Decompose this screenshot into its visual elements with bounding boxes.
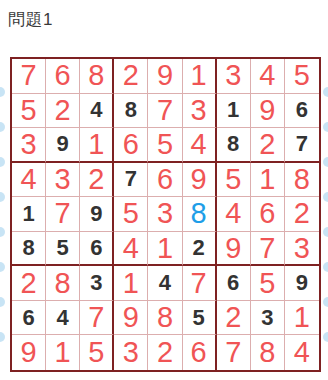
sudoku-cell-r4c6[interactable]: 9 [183, 163, 217, 198]
sudoku-cell-r1c6[interactable]: 1 [183, 59, 217, 94]
sudoku-cell-r6c8[interactable]: 7 [251, 232, 285, 267]
edge-dot [0, 122, 5, 132]
sudoku-cell-r4c2[interactable]: 3 [46, 163, 80, 198]
sudoku-cell-r9c8[interactable]: 8 [251, 335, 285, 370]
sudoku-cell-r5c3[interactable]: 9 [80, 197, 114, 232]
edge-dot [323, 297, 328, 307]
edge-dot [323, 157, 328, 167]
sudoku-cell-r9c1[interactable]: 9 [12, 335, 46, 370]
sudoku-cell-r3c9[interactable]: 7 [285, 128, 319, 163]
sudoku-cell-r5c1[interactable]: 1 [12, 197, 46, 232]
sudoku-cell-r6c9[interactable]: 3 [285, 232, 319, 267]
sudoku-cell-r7c4[interactable]: 1 [114, 266, 148, 301]
sudoku-cell-r3c1[interactable]: 3 [12, 128, 46, 163]
sudoku-cell-r7c9[interactable]: 9 [285, 266, 319, 301]
edge-dot [0, 227, 5, 237]
sudoku-cell-r2c2[interactable]: 2 [46, 94, 80, 129]
sudoku-cell-r6c5[interactable]: 1 [148, 232, 182, 267]
sudoku-cell-r1c9[interactable]: 5 [285, 59, 319, 94]
sudoku-cell-r6c1[interactable]: 8 [12, 232, 46, 267]
sudoku-cell-r1c3[interactable]: 8 [80, 59, 114, 94]
sudoku-cell-r5c8[interactable]: 6 [251, 197, 285, 232]
edge-dot [0, 297, 5, 307]
sudoku-cell-r1c5[interactable]: 9 [148, 59, 182, 94]
edge-dot [323, 262, 328, 272]
edge-dot [0, 157, 5, 167]
sudoku-cell-r7c3[interactable]: 3 [80, 266, 114, 301]
sudoku-cell-r8c1[interactable]: 6 [12, 301, 46, 336]
sudoku-cell-r8c3[interactable]: 7 [80, 301, 114, 336]
sudoku-cell-r2c4[interactable]: 8 [114, 94, 148, 129]
sudoku-cell-r9c3[interactable]: 5 [80, 335, 114, 370]
sudoku-cell-r7c2[interactable]: 8 [46, 266, 80, 301]
sudoku-board: 7682913455248731963916548274327695181795… [10, 57, 321, 372]
sudoku-cell-r2c9[interactable]: 6 [285, 94, 319, 129]
edge-dot [323, 122, 328, 132]
sudoku-cell-r9c4[interactable]: 3 [114, 335, 148, 370]
sudoku-cell-r3c8[interactable]: 2 [251, 128, 285, 163]
sudoku-cell-r3c7[interactable]: 8 [217, 128, 251, 163]
sudoku-cell-r7c7[interactable]: 6 [217, 266, 251, 301]
sudoku-cell-r9c2[interactable]: 1 [46, 335, 80, 370]
sudoku-cell-r8c2[interactable]: 4 [46, 301, 80, 336]
sudoku-cell-r8c4[interactable]: 9 [114, 301, 148, 336]
sudoku-cell-r5c9[interactable]: 2 [285, 197, 319, 232]
sudoku-cell-r4c7[interactable]: 5 [217, 163, 251, 198]
sudoku-cell-r3c5[interactable]: 5 [148, 128, 182, 163]
sudoku-cell-r1c7[interactable]: 3 [217, 59, 251, 94]
sudoku-cell-r3c6[interactable]: 4 [183, 128, 217, 163]
edge-dot [0, 262, 5, 272]
sudoku-cell-r4c4[interactable]: 7 [114, 163, 148, 198]
sudoku-cell-r6c4[interactable]: 4 [114, 232, 148, 267]
sudoku-cell-r9c9[interactable]: 4 [285, 335, 319, 370]
sudoku-cell-r3c2[interactable]: 9 [46, 128, 80, 163]
sudoku-cell-r2c7[interactable]: 1 [217, 94, 251, 129]
sudoku-cell-r1c1[interactable]: 7 [12, 59, 46, 94]
sudoku-cell-r9c7[interactable]: 7 [217, 335, 251, 370]
sudoku-cell-r9c5[interactable]: 2 [148, 335, 182, 370]
sudoku-cell-r8c9[interactable]: 1 [285, 301, 319, 336]
edge-dot [323, 227, 328, 237]
sudoku-cell-r4c3[interactable]: 2 [80, 163, 114, 198]
sudoku-cell-r4c8[interactable]: 1 [251, 163, 285, 198]
page-title: 問題1 [8, 8, 53, 31]
sudoku-cell-r6c6[interactable]: 2 [183, 232, 217, 267]
sudoku-cell-r2c5[interactable]: 7 [148, 94, 182, 129]
sudoku-cell-r1c2[interactable]: 6 [46, 59, 80, 94]
sudoku-cell-r7c1[interactable]: 2 [12, 266, 46, 301]
sudoku-cell-r8c5[interactable]: 8 [148, 301, 182, 336]
sudoku-cell-r1c8[interactable]: 4 [251, 59, 285, 94]
sudoku-cell-r7c6[interactable]: 7 [183, 266, 217, 301]
edge-dot [0, 87, 5, 97]
edge-dot [323, 332, 328, 342]
sudoku-cell-r8c7[interactable]: 2 [217, 301, 251, 336]
sudoku-cell-r5c4[interactable]: 5 [114, 197, 148, 232]
sudoku-cell-r1c4[interactable]: 2 [114, 59, 148, 94]
edge-dot [0, 332, 5, 342]
sudoku-cell-r2c8[interactable]: 9 [251, 94, 285, 129]
sudoku-cell-r6c3[interactable]: 6 [80, 232, 114, 267]
sudoku-cell-r9c6[interactable]: 6 [183, 335, 217, 370]
sudoku-cell-r8c6[interactable]: 5 [183, 301, 217, 336]
sudoku-cell-r5c5[interactable]: 3 [148, 197, 182, 232]
sudoku-cell-r8c8[interactable]: 3 [251, 301, 285, 336]
sudoku-cell-r5c2[interactable]: 7 [46, 197, 80, 232]
sudoku-cell-r4c5[interactable]: 6 [148, 163, 182, 198]
sudoku-cell-r5c7[interactable]: 4 [217, 197, 251, 232]
sudoku-cell-r4c9[interactable]: 8 [285, 163, 319, 198]
sudoku-cell-r2c3[interactable]: 4 [80, 94, 114, 129]
sudoku-cell-r6c2[interactable]: 5 [46, 232, 80, 267]
edge-dot [0, 192, 5, 202]
sudoku-cell-r7c5[interactable]: 4 [148, 266, 182, 301]
sudoku-cell-r3c4[interactable]: 6 [114, 128, 148, 163]
sudoku-cell-r2c6[interactable]: 3 [183, 94, 217, 129]
edge-dot [323, 192, 328, 202]
sudoku-cell-r3c3[interactable]: 1 [80, 128, 114, 163]
sudoku-cell-r4c1[interactable]: 4 [12, 163, 46, 198]
sudoku-cell-r6c7[interactable]: 9 [217, 232, 251, 267]
sudoku-cell-r5c6[interactable]: 8 [183, 197, 217, 232]
edge-dot [323, 87, 328, 97]
sudoku-cell-r7c8[interactable]: 5 [251, 266, 285, 301]
sudoku-cell-r2c1[interactable]: 5 [12, 94, 46, 129]
